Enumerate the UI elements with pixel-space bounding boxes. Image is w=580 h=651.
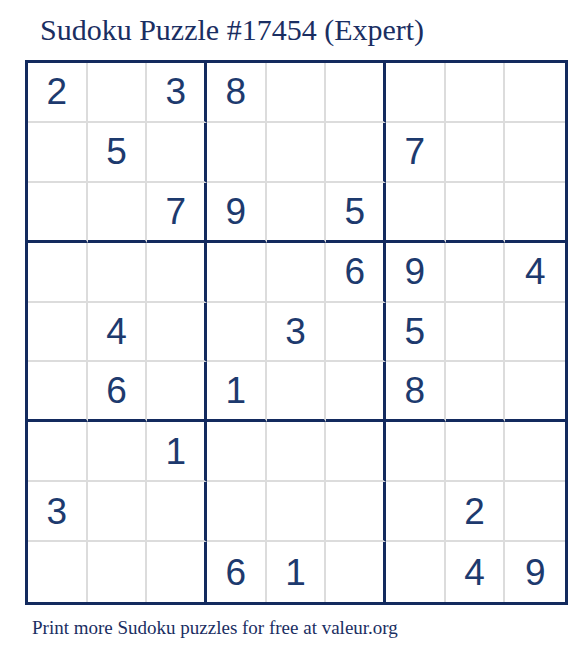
cell-r4c5 <box>267 243 327 303</box>
footer-text: Print more Sudoku puzzles for free at va… <box>32 617 398 639</box>
cell-r2c5 <box>267 123 327 183</box>
cell-r9c4: 6 <box>207 542 267 602</box>
cell-r5c7: 5 <box>386 303 446 363</box>
cell-r8c2 <box>88 482 148 542</box>
cell-r7c3: 1 <box>147 422 207 482</box>
cell-r2c2: 5 <box>88 123 148 183</box>
cell-r2c4 <box>207 123 267 183</box>
cell-r7c8 <box>446 422 506 482</box>
cell-r3c9 <box>505 183 565 243</box>
cell-r9c5: 1 <box>267 542 327 602</box>
cell-r8c6 <box>326 482 386 542</box>
cell-r5c3 <box>147 303 207 363</box>
cell-r1c9 <box>505 63 565 123</box>
cell-r8c3 <box>147 482 207 542</box>
page: Sudoku Puzzle #17454 (Expert) 2385779569… <box>0 0 580 651</box>
cell-r6c7: 8 <box>386 362 446 422</box>
cell-r2c3 <box>147 123 207 183</box>
cell-r1c6 <box>326 63 386 123</box>
cell-r7c7 <box>386 422 446 482</box>
puzzle-title: Sudoku Puzzle #17454 (Expert) <box>40 13 424 47</box>
cell-r3c8 <box>446 183 506 243</box>
cell-r3c7 <box>386 183 446 243</box>
cell-r4c7: 9 <box>386 243 446 303</box>
cell-r4c9: 4 <box>505 243 565 303</box>
cell-r5c4 <box>207 303 267 363</box>
cell-r3c6: 5 <box>326 183 386 243</box>
cell-r3c4: 9 <box>207 183 267 243</box>
cell-r8c5 <box>267 482 327 542</box>
cell-r4c3 <box>147 243 207 303</box>
cell-r4c6: 6 <box>326 243 386 303</box>
cell-r8c9 <box>505 482 565 542</box>
cell-r6c3 <box>147 362 207 422</box>
cell-r6c9 <box>505 362 565 422</box>
cell-r1c8 <box>446 63 506 123</box>
cell-r6c5 <box>267 362 327 422</box>
cell-r2c8 <box>446 123 506 183</box>
cell-r9c2 <box>88 542 148 602</box>
cell-r2c9 <box>505 123 565 183</box>
cell-r1c5 <box>267 63 327 123</box>
cell-r8c4 <box>207 482 267 542</box>
cell-r3c5 <box>267 183 327 243</box>
cell-r5c1 <box>28 303 88 363</box>
cell-r7c4 <box>207 422 267 482</box>
cell-r9c6 <box>326 542 386 602</box>
cell-r6c1 <box>28 362 88 422</box>
cell-r6c2: 6 <box>88 362 148 422</box>
cell-r2c1 <box>28 123 88 183</box>
cell-r8c8: 2 <box>446 482 506 542</box>
cell-r6c6 <box>326 362 386 422</box>
cell-r9c9: 9 <box>505 542 565 602</box>
cell-r5c9 <box>505 303 565 363</box>
cell-r9c1 <box>28 542 88 602</box>
cell-r5c6 <box>326 303 386 363</box>
cell-r3c3: 7 <box>147 183 207 243</box>
cell-r3c1 <box>28 183 88 243</box>
cell-r9c8: 4 <box>446 542 506 602</box>
cell-r4c4 <box>207 243 267 303</box>
cell-r7c5 <box>267 422 327 482</box>
cell-r3c2 <box>88 183 148 243</box>
cell-r9c7 <box>386 542 446 602</box>
cell-r1c2 <box>88 63 148 123</box>
cell-r5c8 <box>446 303 506 363</box>
cell-r2c6 <box>326 123 386 183</box>
cell-r7c2 <box>88 422 148 482</box>
cell-r1c4: 8 <box>207 63 267 123</box>
cell-r6c8 <box>446 362 506 422</box>
cell-r5c2: 4 <box>88 303 148 363</box>
cell-r8c1: 3 <box>28 482 88 542</box>
cell-r2c7: 7 <box>386 123 446 183</box>
cell-r7c1 <box>28 422 88 482</box>
cell-r1c1: 2 <box>28 63 88 123</box>
cell-r4c1 <box>28 243 88 303</box>
cell-r4c2 <box>88 243 148 303</box>
cell-r6c4: 1 <box>207 362 267 422</box>
cell-r9c3 <box>147 542 207 602</box>
cell-r7c6 <box>326 422 386 482</box>
sudoku-board: 238577956944356181326149 <box>25 60 568 605</box>
cell-r1c7 <box>386 63 446 123</box>
cell-r7c9 <box>505 422 565 482</box>
cell-r1c3: 3 <box>147 63 207 123</box>
cell-r4c8 <box>446 243 506 303</box>
cell-r5c5: 3 <box>267 303 327 363</box>
cell-r8c7 <box>386 482 446 542</box>
